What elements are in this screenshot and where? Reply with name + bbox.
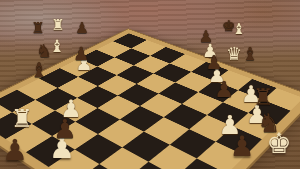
black-pawn[interactable]: ♟: [2, 136, 28, 165]
black-knight[interactable]: ♞: [36, 42, 52, 60]
black-bishop[interactable]: ♝: [30, 60, 48, 80]
board-photo: ♜♝♟♟♜♟♝♟♛♟♟♟♟♚♜♟♚♟♞♝♟♟♝♟♜♞♟♟♟: [0, 0, 300, 169]
black-king[interactable]: ♚: [222, 19, 235, 34]
white-rook[interactable]: ♜: [11, 106, 33, 131]
black-pawn[interactable]: ♟: [73, 45, 89, 63]
black-bishop[interactable]: ♝: [242, 45, 258, 63]
white-queen[interactable]: ♛: [226, 45, 242, 63]
black-pawn[interactable]: ♟: [205, 53, 222, 72]
black-rook[interactable]: ♜: [31, 21, 44, 36]
black-rook[interactable]: ♜: [253, 86, 274, 109]
black-pawn[interactable]: ♟: [53, 116, 76, 142]
black-pawn[interactable]: ♟: [214, 79, 234, 101]
black-pawn[interactable]: ♟: [229, 133, 254, 161]
white-rook[interactable]: ♜: [51, 18, 64, 33]
black-knight[interactable]: ♞: [257, 110, 280, 136]
black-pawn[interactable]: ♟: [199, 29, 213, 45]
black-pawn[interactable]: ♟: [75, 21, 88, 36]
